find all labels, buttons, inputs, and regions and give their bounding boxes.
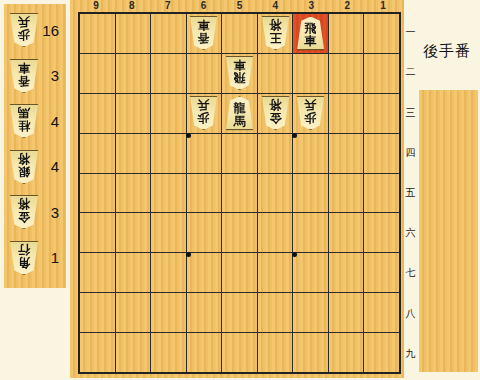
piece-kanji: 歩 — [18, 29, 30, 42]
board-piece-gold-gote[interactable]: 金将 — [261, 96, 290, 130]
square-7-6[interactable] — [151, 213, 186, 252]
square-7-2[interactable] — [151, 54, 186, 93]
square-3-6[interactable] — [293, 213, 328, 252]
piece-kanji: 王 — [269, 32, 281, 45]
square-7-3[interactable] — [151, 94, 186, 133]
piece-kanji: 馬 — [18, 107, 30, 120]
square-3-9[interactable] — [293, 333, 328, 372]
square-9-2[interactable] — [80, 54, 115, 93]
piece-kanji: 龍 — [233, 102, 245, 115]
piece-kanji: 桂 — [18, 120, 30, 133]
piece-kanji: 馬 — [233, 115, 245, 128]
square-6-3[interactable]: 歩兵 — [187, 94, 222, 133]
piece-kanji: 飛 — [233, 72, 245, 85]
board-piece-king-gote[interactable]: 王将 — [261, 16, 290, 50]
rank-labels: 一二三四五六七八九 — [403, 12, 418, 374]
square-6-6[interactable] — [187, 213, 222, 252]
square-8-3[interactable] — [116, 94, 151, 133]
star-point — [292, 133, 297, 138]
hand-row-pawn: 歩兵16 — [4, 10, 66, 50]
square-7-7[interactable] — [151, 253, 186, 292]
piece-kanji: 香 — [18, 74, 30, 87]
square-8-2[interactable] — [116, 54, 151, 93]
board-grid: 香車王将飛車飛車歩兵龍馬金将歩兵 — [78, 12, 401, 374]
rank-label-7: 七 — [403, 253, 418, 293]
piece-kanji: 将 — [18, 153, 30, 166]
piece-kanji: 兵 — [198, 99, 210, 112]
square-6-8[interactable] — [187, 293, 222, 332]
piece-kanji: 車 — [233, 59, 245, 72]
hand-count-pawn: 16 — [42, 22, 66, 39]
piece-kanji: 香 — [198, 32, 210, 45]
square-5-7[interactable] — [222, 253, 257, 292]
gote-hand-tray: 歩兵16香車3桂馬4銀将4金将3角行1 — [4, 4, 66, 288]
square-6-1[interactable]: 香車 — [187, 14, 222, 53]
file-label-7: 7 — [150, 0, 186, 12]
square-5-5[interactable] — [222, 174, 257, 213]
square-8-9[interactable] — [116, 333, 151, 372]
board-piece-rook-gote[interactable]: 飛車 — [225, 56, 254, 90]
hand-piece-gold-gote[interactable]: 金将 — [9, 195, 39, 229]
piece-kanji: 角 — [18, 256, 30, 269]
square-9-4[interactable] — [80, 134, 115, 173]
rank-label-8: 八 — [403, 294, 418, 334]
square-6-7[interactable] — [187, 253, 222, 292]
square-6-5[interactable] — [187, 174, 222, 213]
square-8-5[interactable] — [116, 174, 151, 213]
piece-kanji: 将 — [269, 19, 281, 32]
square-1-3[interactable] — [364, 94, 399, 133]
square-8-1[interactable] — [116, 14, 151, 53]
piece-kanji: 歩 — [198, 112, 210, 125]
star-point — [186, 252, 191, 257]
square-3-4[interactable] — [293, 134, 328, 173]
square-9-9[interactable] — [80, 333, 115, 372]
file-labels: 987654321 — [78, 0, 401, 12]
square-4-7[interactable] — [258, 253, 293, 292]
hand-count-lance: 3 — [51, 67, 66, 84]
file-label-6: 6 — [186, 0, 222, 12]
rank-label-4: 四 — [403, 133, 418, 173]
hand-count-gold: 3 — [51, 204, 66, 221]
piece-kanji: 将 — [18, 198, 30, 211]
square-4-5[interactable] — [258, 174, 293, 213]
square-5-9[interactable] — [222, 333, 257, 372]
square-1-9[interactable] — [364, 333, 399, 372]
piece-kanji: 金 — [269, 112, 281, 125]
rank-label-1: 一 — [403, 12, 418, 52]
hand-piece-knight-gote[interactable]: 桂馬 — [9, 104, 39, 138]
piece-kanji: 金 — [18, 211, 30, 224]
turn-indicator: 後手番 — [423, 42, 471, 61]
board-piece-rook-sente[interactable]: 飛車 — [296, 16, 325, 50]
square-2-4[interactable] — [329, 134, 364, 173]
piece-kanji: 兵 — [305, 99, 317, 112]
square-9-6[interactable] — [80, 213, 115, 252]
square-7-4[interactable] — [151, 134, 186, 173]
file-label-5: 5 — [222, 0, 258, 12]
hand-count-bishop: 1 — [51, 249, 66, 266]
square-2-7[interactable] — [329, 253, 364, 292]
square-5-8[interactable] — [222, 293, 257, 332]
square-9-1[interactable] — [80, 14, 115, 53]
piece-kanji: 銀 — [18, 165, 30, 178]
square-5-6[interactable] — [222, 213, 257, 252]
hand-piece-pawn-gote[interactable]: 歩兵 — [9, 13, 39, 47]
square-4-8[interactable] — [258, 293, 293, 332]
board-piece-promoted-bishop-sente[interactable]: 龍馬 — [225, 96, 254, 130]
board-piece-lance-gote[interactable]: 香車 — [189, 16, 218, 50]
square-4-2[interactable] — [258, 54, 293, 93]
file-label-2: 2 — [329, 0, 365, 12]
square-7-1[interactable] — [151, 14, 186, 53]
square-2-8[interactable] — [329, 293, 364, 332]
square-3-2[interactable] — [293, 54, 328, 93]
piece-kanji: 兵 — [18, 16, 30, 29]
square-8-4[interactable] — [116, 134, 151, 173]
square-1-2[interactable] — [364, 54, 399, 93]
square-4-6[interactable] — [258, 213, 293, 252]
square-2-2[interactable] — [329, 54, 364, 93]
hand-count-knight: 4 — [51, 113, 66, 130]
sente-hand-tray — [419, 90, 478, 372]
square-5-4[interactable] — [222, 134, 257, 173]
hand-row-lance: 香車3 — [4, 56, 66, 96]
square-3-1[interactable]: 飛車 — [293, 14, 328, 53]
square-7-9[interactable] — [151, 333, 186, 372]
square-4-9[interactable] — [258, 333, 293, 372]
square-4-4[interactable] — [258, 134, 293, 173]
square-5-3[interactable]: 龍馬 — [222, 94, 257, 133]
square-3-3[interactable]: 歩兵 — [293, 94, 328, 133]
rank-label-5: 五 — [403, 173, 418, 213]
square-6-4[interactable] — [187, 134, 222, 173]
square-8-7[interactable] — [116, 253, 151, 292]
hand-piece-silver-gote[interactable]: 銀将 — [9, 150, 39, 184]
square-1-4[interactable] — [364, 134, 399, 173]
rank-label-3: 三 — [403, 92, 418, 132]
square-2-6[interactable] — [329, 213, 364, 252]
square-9-8[interactable] — [80, 293, 115, 332]
square-9-5[interactable] — [80, 174, 115, 213]
hand-row-bishop: 角行1 — [4, 238, 66, 278]
piece-kanji: 行 — [18, 244, 30, 257]
square-1-5[interactable] — [364, 174, 399, 213]
piece-kanji: 歩 — [305, 112, 317, 125]
square-9-7[interactable] — [80, 253, 115, 292]
square-5-2[interactable]: 飛車 — [222, 54, 257, 93]
square-6-9[interactable] — [187, 333, 222, 372]
rank-label-9: 九 — [403, 334, 418, 374]
square-2-1[interactable] — [329, 14, 364, 53]
square-6-2[interactable] — [187, 54, 222, 93]
hand-row-gold: 金将3 — [4, 192, 66, 232]
square-7-5[interactable] — [151, 174, 186, 213]
square-5-1[interactable] — [222, 14, 257, 53]
rank-label-6: 六 — [403, 213, 418, 253]
star-point — [186, 133, 191, 138]
square-7-8[interactable] — [151, 293, 186, 332]
hand-row-silver: 銀将4 — [4, 147, 66, 187]
shogi-board: 987654321 香車王将飛車飛車歩兵龍馬金将歩兵 — [70, 0, 404, 378]
hand-piece-lance-gote[interactable]: 香車 — [9, 59, 39, 93]
square-2-9[interactable] — [329, 333, 364, 372]
square-1-1[interactable] — [364, 14, 399, 53]
hand-count-silver: 4 — [51, 158, 66, 175]
square-3-7[interactable] — [293, 253, 328, 292]
file-label-4: 4 — [257, 0, 293, 12]
piece-kanji: 車 — [305, 35, 317, 48]
piece-kanji: 車 — [198, 19, 210, 32]
square-4-3[interactable]: 金将 — [258, 94, 293, 133]
square-4-1[interactable]: 王将 — [258, 14, 293, 53]
hand-piece-bishop-gote[interactable]: 角行 — [9, 241, 39, 275]
square-3-5[interactable] — [293, 174, 328, 213]
board-piece-pawn-gote[interactable]: 歩兵 — [296, 96, 325, 130]
square-1-7[interactable] — [364, 253, 399, 292]
hand-row-knight: 桂馬4 — [4, 101, 66, 141]
board-piece-pawn-gote[interactable]: 歩兵 — [189, 96, 218, 130]
square-8-8[interactable] — [116, 293, 151, 332]
square-1-8[interactable] — [364, 293, 399, 332]
rank-label-2: 二 — [403, 52, 418, 92]
file-label-9: 9 — [78, 0, 114, 12]
square-2-3[interactable] — [329, 94, 364, 133]
file-label-3: 3 — [293, 0, 329, 12]
piece-kanji: 将 — [269, 99, 281, 112]
square-2-5[interactable] — [329, 174, 364, 213]
file-label-8: 8 — [114, 0, 150, 12]
piece-kanji: 車 — [18, 62, 30, 75]
shogi-app: 歩兵16香車3桂馬4銀将4金将3角行1 987654321 香車王将飛車飛車歩兵… — [0, 0, 480, 380]
square-8-6[interactable] — [116, 213, 151, 252]
file-label-1: 1 — [365, 0, 401, 12]
square-9-3[interactable] — [80, 94, 115, 133]
square-1-6[interactable] — [364, 213, 399, 252]
square-3-8[interactable] — [293, 293, 328, 332]
